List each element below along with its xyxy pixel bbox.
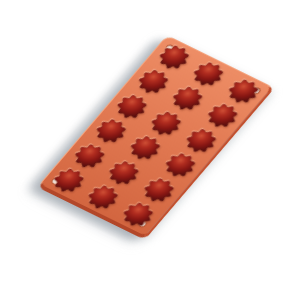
product-photo <box>0 0 300 300</box>
cavity-grid <box>41 36 272 235</box>
silicone-mold <box>37 35 275 240</box>
